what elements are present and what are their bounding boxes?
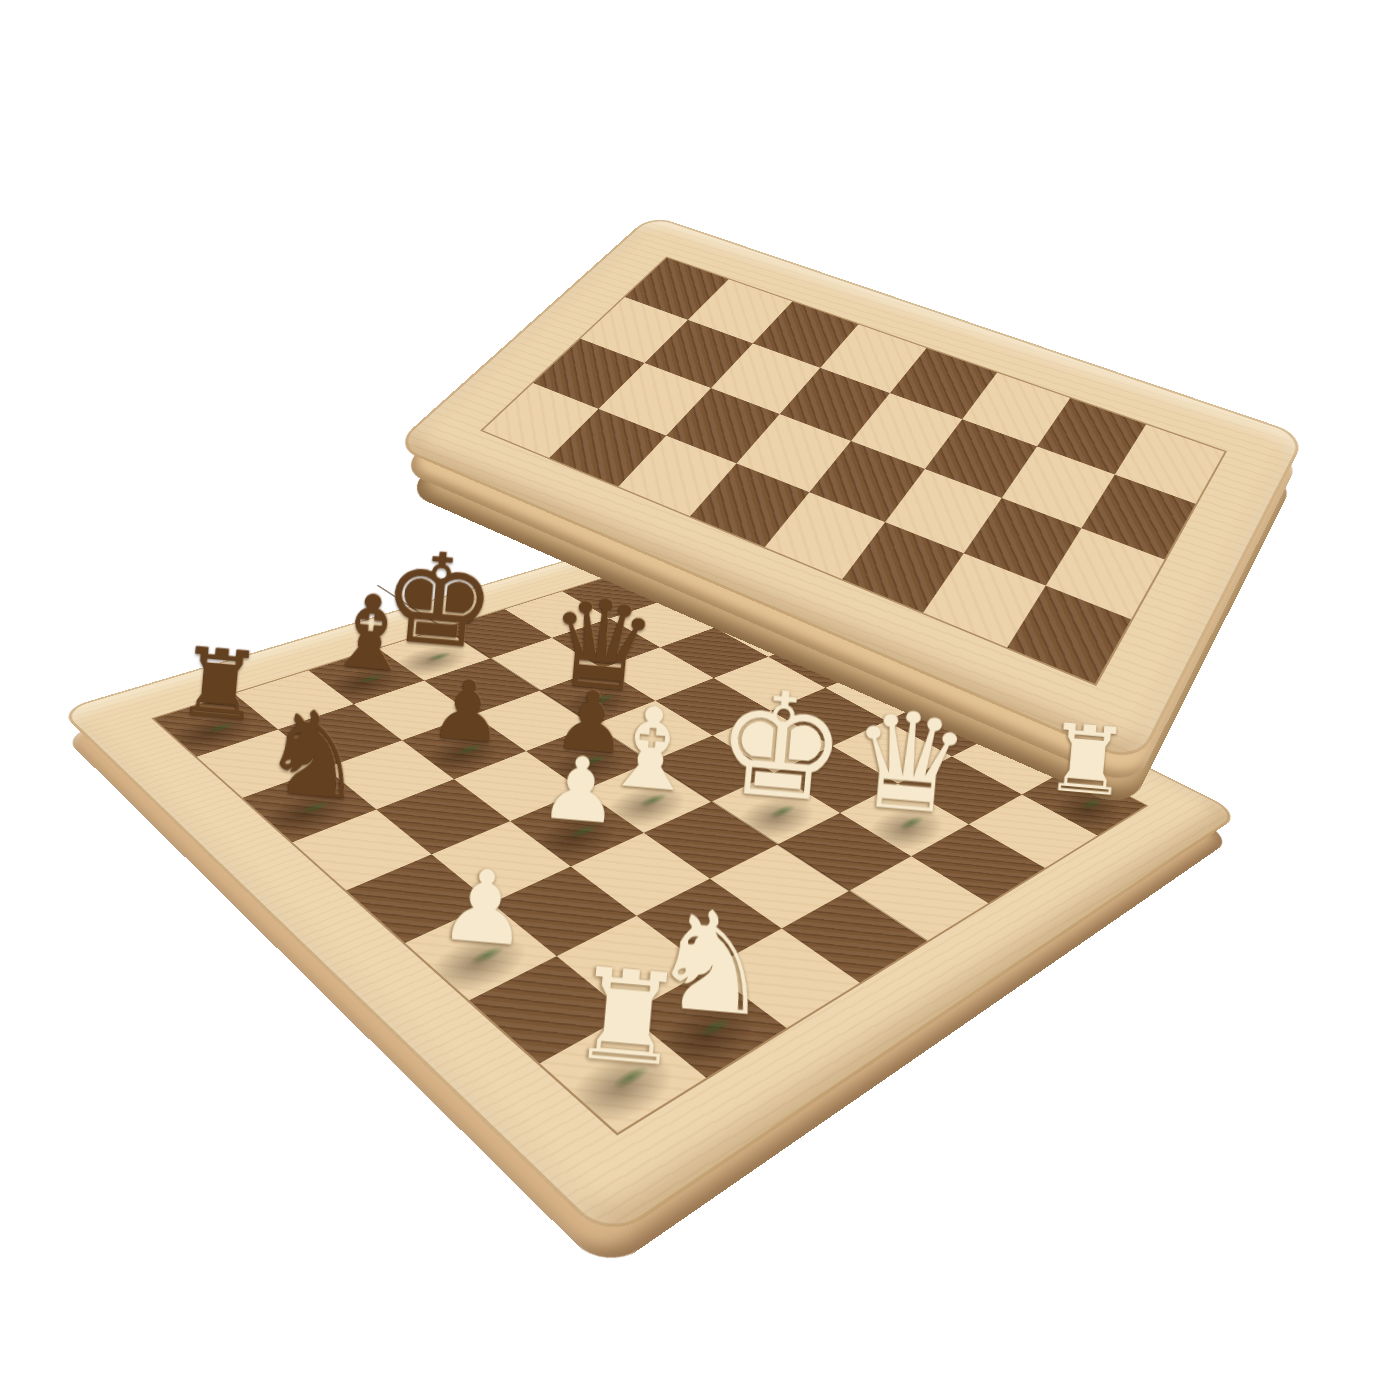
piece-cell-a3: ♟ [405, 903, 557, 1000]
piece-cell-e3: ♚ [711, 773, 840, 845]
piece-black-king-d8: ♚ [377, 533, 501, 669]
piece-black-pawn-c6: ♟ [427, 667, 507, 755]
piece-cell-f2: ♛ [840, 784, 969, 857]
folded-lid-square [1081, 475, 1195, 560]
piece-black-rook-a8: ♜ [173, 634, 265, 735]
piece-white-rook-a1: ♜ [566, 950, 690, 1086]
piece-white-king-e3: ♚ [710, 669, 852, 825]
product-photo: ♜♝♚♞♟♛♟♟♝♟♚♛♜♞♜ [0, 0, 1400, 1400]
piece-cell-h1: ♜ [1022, 767, 1146, 836]
piece-black-knight-a6: ♞ [257, 692, 371, 817]
piece-white-pawn-a3: ♟ [435, 854, 533, 962]
piece-cell-c6: ♟ [402, 715, 526, 780]
piece-white-queen-f2: ♛ [843, 690, 975, 835]
pieces-layer: ♜♝♚♞♟♛♟♟♝♟♚♛♜♞♜ [195, 307, 1105, 1217]
piece-cell-a8: ♜ [154, 694, 278, 757]
piece-cell-a6: ♞ [243, 768, 377, 842]
piece-black-bishop-c8: ♝ [321, 579, 420, 687]
piece-cell-a1: ♜ [540, 1014, 706, 1133]
piece-white-pawn-c4: ♟ [537, 742, 624, 837]
pieces-grid: ♜♝♚♞♟♛♟♟♝♟♚♛♜♞♜ [154, 558, 1146, 1132]
piece-white-rook-h1: ♜ [1041, 710, 1133, 811]
